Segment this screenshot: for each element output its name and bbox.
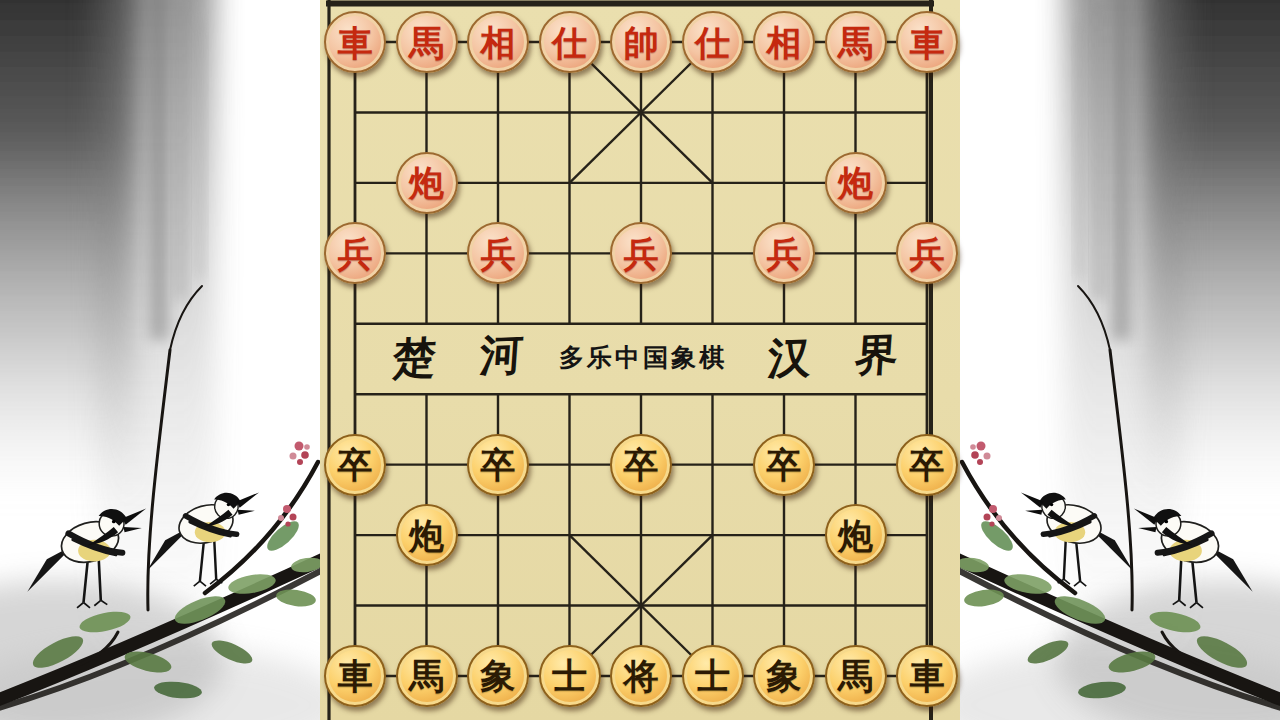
piece-red-advisor[interactable]: 仕	[539, 11, 601, 73]
piece-red-horse[interactable]: 馬	[825, 11, 887, 73]
birds-branch-art	[0, 0, 320, 720]
piece-red-elephant[interactable]: 相	[753, 11, 815, 73]
piece-red-chariot[interactable]: 車	[324, 11, 386, 73]
piece-red-horse[interactable]: 馬	[396, 11, 458, 73]
piece-black-cannon[interactable]: 炮	[825, 504, 887, 566]
piece-red-soldier[interactable]: 兵	[324, 222, 386, 284]
right-ink-painting	[960, 0, 1280, 720]
piece-black-advisor[interactable]: 士	[682, 645, 744, 707]
piece-black-soldier[interactable]: 卒	[896, 434, 958, 496]
piece-black-soldier[interactable]: 卒	[610, 434, 672, 496]
piece-red-soldier[interactable]: 兵	[753, 222, 815, 284]
river-label-chu-he: 楚河	[392, 331, 569, 380]
piece-black-soldier[interactable]: 卒	[324, 434, 386, 496]
piece-red-cannon[interactable]: 炮	[825, 152, 887, 214]
piece-black-horse[interactable]: 馬	[825, 645, 887, 707]
piece-black-general[interactable]: 将	[610, 645, 672, 707]
xiangqi-board[interactable]: 楚河 多乐中国象棋 汉界 車馬相仕帥仕相馬車炮炮兵兵兵兵兵卒卒卒卒卒炮炮車馬象士…	[320, 0, 960, 720]
xiangqi-app-screenshot: 楚河 多乐中国象棋 汉界 車馬相仕帥仕相馬車炮炮兵兵兵兵兵卒卒卒卒卒炮炮車馬象士…	[0, 0, 1280, 720]
piece-red-general[interactable]: 帥	[610, 11, 672, 73]
piece-red-chariot[interactable]: 車	[896, 11, 958, 73]
piece-black-cannon[interactable]: 炮	[396, 504, 458, 566]
piece-red-soldier[interactable]: 兵	[467, 222, 529, 284]
piece-red-soldier[interactable]: 兵	[896, 222, 958, 284]
app-name-watermark: 多乐中国象棋	[559, 345, 727, 370]
piece-red-advisor[interactable]: 仕	[682, 11, 744, 73]
piece-black-chariot[interactable]: 車	[896, 645, 958, 707]
piece-red-cannon[interactable]: 炮	[396, 152, 458, 214]
piece-black-horse[interactable]: 馬	[396, 645, 458, 707]
river-label-han-jie: 汉界	[767, 331, 944, 380]
piece-black-elephant[interactable]: 象	[753, 645, 815, 707]
piece-red-soldier[interactable]: 兵	[610, 222, 672, 284]
piece-black-soldier[interactable]: 卒	[753, 434, 815, 496]
piece-black-advisor[interactable]: 士	[539, 645, 601, 707]
piece-black-soldier[interactable]: 卒	[467, 434, 529, 496]
piece-red-elephant[interactable]: 相	[467, 11, 529, 73]
birds-branch-art	[960, 0, 1280, 720]
piece-black-elephant[interactable]: 象	[467, 645, 529, 707]
left-ink-painting	[0, 0, 320, 720]
piece-black-chariot[interactable]: 車	[324, 645, 386, 707]
